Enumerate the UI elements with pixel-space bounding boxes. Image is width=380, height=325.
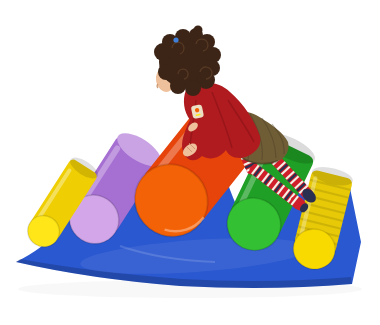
product-photo: Toddler with dark curly hair, red sweate… bbox=[0, 0, 380, 325]
soft-play-scene bbox=[0, 0, 380, 325]
hair-clip bbox=[173, 37, 178, 42]
